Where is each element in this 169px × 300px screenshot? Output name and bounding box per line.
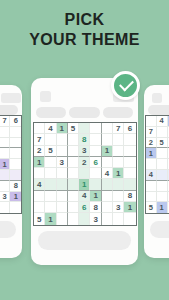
sudoku-cell-r1c7[interactable] bbox=[102, 123, 113, 134]
sudoku-cell-r2c2[interactable] bbox=[45, 134, 56, 145]
sudoku-cell-r1c6[interactable] bbox=[90, 123, 101, 134]
sudoku-cell-r4c4[interactable] bbox=[68, 157, 79, 168]
header-placeholder-right bbox=[1, 93, 21, 103]
sudoku-cell-r5c2[interactable] bbox=[157, 159, 168, 170]
sudoku-cell-r5c7[interactable]: 4 bbox=[102, 168, 113, 179]
sudoku-cell-r6c4[interactable] bbox=[68, 179, 79, 190]
sudoku-cell-r6c3[interactable] bbox=[168, 170, 169, 181]
sudoku-cell-r3c4[interactable] bbox=[68, 146, 79, 157]
header-placeholder-left bbox=[40, 91, 51, 102]
sudoku-cell-r1c4[interactable]: 5 bbox=[68, 123, 79, 134]
sudoku-cell-r3c7[interactable]: 1 bbox=[102, 146, 113, 157]
sudoku-cell-r8c3[interactable] bbox=[57, 202, 68, 213]
theme-card-blue[interactable]: 41576782531132641414186831513 bbox=[144, 85, 169, 258]
sudoku-cell-r5c3[interactable] bbox=[168, 159, 169, 170]
sudoku-cell-r9c5[interactable] bbox=[79, 213, 90, 224]
sudoku-cell-r9c2[interactable]: 1 bbox=[157, 202, 168, 213]
sudoku-cell-r6c1[interactable]: 4 bbox=[146, 170, 157, 181]
sudoku-cell-r7c9[interactable]: 8 bbox=[10, 181, 21, 192]
sudoku-cell-r8c7[interactable] bbox=[102, 202, 113, 213]
sudoku-cell-r4c9[interactable] bbox=[124, 157, 135, 168]
sudoku-cell-r7c6[interactable]: 1 bbox=[90, 191, 101, 202]
sudoku-cell-r8c9[interactable]: 1 bbox=[124, 202, 135, 213]
toolbar-placeholder-row bbox=[148, 105, 169, 115]
sudoku-cell-r1c9[interactable]: 6 bbox=[124, 123, 135, 134]
sudoku-cell-r6c6[interactable] bbox=[90, 179, 101, 190]
page-title-line2: YOUR THEME bbox=[0, 30, 169, 50]
sudoku-cell-r2c9[interactable] bbox=[124, 134, 135, 145]
sudoku-cell-r6c8[interactable] bbox=[113, 179, 124, 190]
sudoku-cell-r4c1[interactable]: 1 bbox=[146, 148, 157, 159]
sudoku-cell-r7c3[interactable] bbox=[168, 181, 169, 192]
sudoku-cell-r2c8[interactable] bbox=[113, 134, 124, 145]
sudoku-cell-r3c3[interactable] bbox=[168, 138, 169, 149]
sudoku-cell-r8c2[interactable] bbox=[45, 202, 56, 213]
sudoku-cell-r5c8[interactable]: 1 bbox=[0, 159, 10, 170]
sudoku-cell-r6c2[interactable] bbox=[157, 170, 168, 181]
sudoku-cell-r1c5[interactable] bbox=[79, 123, 90, 134]
sudoku-cell-r4c7[interactable] bbox=[102, 157, 113, 168]
sudoku-cell-r2c6[interactable] bbox=[90, 134, 101, 145]
sudoku-cell-r9c4[interactable] bbox=[68, 213, 79, 224]
sudoku-cell-r9c3[interactable] bbox=[168, 202, 169, 213]
header-placeholder-left bbox=[152, 93, 162, 103]
sudoku-cell-r9c7[interactable] bbox=[102, 213, 113, 224]
sudoku-cell-r6c7[interactable] bbox=[102, 179, 113, 190]
sudoku-cell-r2c1[interactable]: 7 bbox=[34, 134, 45, 145]
numpad-placeholder bbox=[0, 221, 16, 238]
sudoku-cell-r5c9[interactable] bbox=[10, 159, 21, 170]
sudoku-cell-r9c2[interactable]: 1 bbox=[45, 213, 56, 224]
sudoku-cell-r7c9[interactable]: 8 bbox=[124, 191, 135, 202]
sudoku-cell-r7c4[interactable] bbox=[68, 191, 79, 202]
sudoku-cell-r4c6[interactable]: 6 bbox=[90, 157, 101, 168]
sudoku-cell-r9c8[interactable] bbox=[113, 213, 124, 224]
sudoku-cell-r5c8[interactable]: 1 bbox=[113, 168, 124, 179]
sudoku-cell-r7c1[interactable] bbox=[146, 181, 157, 192]
sudoku-cell-r4c8[interactable] bbox=[113, 157, 124, 168]
sudoku-cell-r4c3[interactable]: 3 bbox=[57, 157, 68, 168]
sudoku-cell-r1c1[interactable] bbox=[34, 123, 45, 134]
toolbar-placeholder-row bbox=[0, 105, 18, 115]
sudoku-cell-r3c9[interactable] bbox=[124, 146, 135, 157]
sudoku-cell-r5c3[interactable] bbox=[57, 168, 68, 179]
sudoku-cell-r5c4[interactable] bbox=[68, 168, 79, 179]
sudoku-cell-r4c8[interactable] bbox=[0, 148, 10, 159]
sudoku-cell-r2c2[interactable] bbox=[157, 127, 168, 138]
sudoku-cell-r7c8[interactable] bbox=[0, 181, 10, 192]
sudoku-cell-r3c5[interactable]: 3 bbox=[79, 146, 90, 157]
sudoku-board-purple[interactable]: 41576782531132641414186831513 bbox=[0, 115, 22, 214]
sudoku-cell-r2c3[interactable] bbox=[57, 134, 68, 145]
sudoku-cell-r8c1[interactable] bbox=[34, 202, 45, 213]
toolbar-placeholder bbox=[36, 107, 66, 118]
sudoku-cell-r1c8[interactable]: 7 bbox=[0, 116, 10, 127]
sudoku-cell-r1c2[interactable]: 4 bbox=[157, 116, 168, 127]
sudoku-board-green[interactable]: 41576782531132641414186831513 bbox=[33, 122, 137, 226]
sudoku-cell-r2c1[interactable]: 7 bbox=[146, 127, 157, 138]
sudoku-cell-r3c8[interactable] bbox=[0, 138, 10, 149]
sudoku-cell-r1c9[interactable]: 6 bbox=[10, 116, 21, 127]
sudoku-cell-r2c4[interactable] bbox=[68, 134, 79, 145]
checkmark-icon bbox=[119, 77, 134, 92]
sudoku-cell-r8c2[interactable] bbox=[157, 192, 168, 203]
sudoku-cell-r6c2[interactable] bbox=[45, 179, 56, 190]
sudoku-cell-r6c9[interactable] bbox=[124, 179, 135, 190]
sudoku-cell-r3c9[interactable] bbox=[10, 138, 21, 149]
sudoku-cell-r3c1[interactable]: 2 bbox=[34, 146, 45, 157]
sudoku-cell-r5c9[interactable] bbox=[124, 168, 135, 179]
sudoku-cell-r9c8[interactable] bbox=[0, 202, 10, 213]
sudoku-cell-r7c2[interactable] bbox=[157, 181, 168, 192]
sudoku-cell-r5c2[interactable] bbox=[45, 168, 56, 179]
sudoku-cell-r7c3[interactable] bbox=[57, 191, 68, 202]
sudoku-cell-r1c3[interactable]: 1 bbox=[168, 116, 169, 127]
sudoku-cell-r6c5[interactable]: 1 bbox=[79, 179, 90, 190]
sudoku-board-blue[interactable]: 41576782531132641414186831513 bbox=[145, 115, 169, 214]
selected-theme-badge bbox=[111, 71, 140, 100]
sudoku-cell-r9c1[interactable]: 5 bbox=[146, 202, 157, 213]
toolbar-placeholder bbox=[103, 107, 133, 118]
toolbar-placeholder bbox=[69, 107, 99, 118]
sudoku-cell-r1c8[interactable]: 7 bbox=[113, 123, 124, 134]
sudoku-cell-r4c2[interactable] bbox=[157, 148, 168, 159]
sudoku-cell-r6c8[interactable] bbox=[0, 170, 10, 181]
sudoku-cell-r6c9[interactable] bbox=[10, 170, 21, 181]
sudoku-cell-r5c5[interactable] bbox=[79, 168, 90, 179]
sudoku-cell-r2c8[interactable] bbox=[0, 127, 10, 138]
sudoku-cell-r3c6[interactable] bbox=[90, 146, 101, 157]
sudoku-cell-r6c1[interactable]: 4 bbox=[34, 179, 45, 190]
sudoku-cell-r3c2[interactable]: 5 bbox=[45, 146, 56, 157]
sudoku-cell-r1c1[interactable] bbox=[146, 116, 157, 127]
sudoku-cell-r5c6[interactable] bbox=[90, 168, 101, 179]
sudoku-cell-r9c3[interactable] bbox=[57, 213, 68, 224]
numpad-placeholder bbox=[38, 231, 131, 250]
sudoku-cell-r4c3[interactable]: 3 bbox=[168, 148, 169, 159]
sudoku-cell-r7c1[interactable] bbox=[34, 191, 45, 202]
page-title: PICK YOUR THEME bbox=[0, 10, 169, 50]
sudoku-cell-r9c1[interactable]: 5 bbox=[34, 213, 45, 224]
sudoku-cell-r9c9[interactable] bbox=[10, 202, 21, 213]
sudoku-cell-r9c6[interactable]: 3 bbox=[90, 213, 101, 224]
theme-picker-screen: PICK YOUR THEME 415767825311326414141868… bbox=[0, 0, 169, 300]
sudoku-cell-r1c2[interactable]: 4 bbox=[45, 123, 56, 134]
sudoku-cell-r5c1[interactable] bbox=[146, 159, 157, 170]
sudoku-cell-r3c8[interactable] bbox=[113, 146, 124, 157]
sudoku-cell-r8c9[interactable]: 1 bbox=[10, 192, 21, 203]
sudoku-cell-r2c3[interactable] bbox=[168, 127, 169, 138]
sudoku-cell-r8c3[interactable] bbox=[168, 192, 169, 203]
sudoku-cell-r4c2[interactable] bbox=[45, 157, 56, 168]
sudoku-cell-r4c1[interactable]: 1 bbox=[34, 157, 45, 168]
sudoku-cell-r3c3[interactable] bbox=[57, 146, 68, 157]
theme-card-green-selected[interactable]: 41576782531132641414186831513 bbox=[31, 78, 138, 265]
sudoku-cell-r7c7[interactable] bbox=[102, 191, 113, 202]
sudoku-cell-r6c3[interactable] bbox=[57, 179, 68, 190]
sudoku-cell-r4c5[interactable]: 2 bbox=[79, 157, 90, 168]
sudoku-cell-r8c6[interactable]: 8 bbox=[90, 202, 101, 213]
sudoku-cell-r8c5[interactable]: 6 bbox=[79, 202, 90, 213]
sudoku-cell-r8c8[interactable]: 3 bbox=[113, 202, 124, 213]
sudoku-cell-r8c8[interactable]: 3 bbox=[0, 192, 10, 203]
toolbar-placeholder bbox=[148, 105, 169, 115]
numpad-placeholder bbox=[150, 221, 169, 238]
sudoku-cell-r5c1[interactable] bbox=[34, 168, 45, 179]
sudoku-cell-r2c9[interactable] bbox=[10, 127, 21, 138]
toolbar-placeholder bbox=[0, 105, 18, 115]
sudoku-cell-r1c3[interactable]: 1 bbox=[57, 123, 68, 134]
sudoku-cell-r2c7[interactable] bbox=[102, 134, 113, 145]
theme-card-purple[interactable]: 41576782531132641414186831513 bbox=[0, 85, 22, 258]
sudoku-cell-r9c9[interactable] bbox=[124, 213, 135, 224]
page-title-line1: PICK bbox=[0, 10, 169, 30]
sudoku-cell-r7c5[interactable]: 4 bbox=[79, 191, 90, 202]
sudoku-cell-r7c8[interactable] bbox=[113, 191, 124, 202]
sudoku-cell-r4c9[interactable] bbox=[10, 148, 21, 159]
sudoku-cell-r7c2[interactable] bbox=[45, 191, 56, 202]
sudoku-cell-r2c5[interactable]: 8 bbox=[79, 134, 90, 145]
sudoku-cell-r3c1[interactable]: 2 bbox=[146, 138, 157, 149]
sudoku-cell-r8c1[interactable] bbox=[146, 192, 157, 203]
sudoku-cell-r8c4[interactable] bbox=[68, 202, 79, 213]
sudoku-cell-r3c2[interactable]: 5 bbox=[157, 138, 168, 149]
toolbar-placeholder-row bbox=[36, 107, 133, 118]
